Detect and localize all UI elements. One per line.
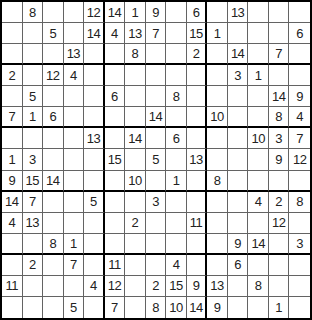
grid-cell-given[interactable]: 3: [289, 234, 310, 255]
grid-cell-empty[interactable]: [43, 297, 64, 318]
grid-cell-empty[interactable]: [207, 213, 228, 234]
grid-cell-empty[interactable]: [187, 65, 208, 86]
grid-cell-given[interactable]: 13: [228, 2, 249, 23]
grid-cell-given[interactable]: 6: [105, 86, 126, 107]
grid-cell-given[interactable]: 4: [248, 192, 269, 213]
grid-cell-empty[interactable]: [43, 276, 64, 297]
grid-cell-given[interactable]: 2: [2, 65, 23, 86]
grid-cell-empty[interactable]: [166, 149, 187, 170]
grid-cell-empty[interactable]: [166, 107, 187, 128]
sudoku-board: 8121419613514413715161382147212431568149…: [0, 0, 312, 320]
grid-cell-empty[interactable]: [64, 192, 85, 213]
grid-cell-given[interactable]: 7: [23, 192, 44, 213]
grid-cell-empty[interactable]: [289, 255, 310, 276]
grid-cell-empty[interactable]: [43, 128, 64, 149]
grid-cell-empty[interactable]: [105, 192, 126, 213]
grid-cell-given[interactable]: 14: [84, 23, 105, 44]
grid-cell-given[interactable]: 14: [146, 107, 167, 128]
grid-cell-given[interactable]: 8: [146, 297, 167, 318]
grid-cell-empty[interactable]: [228, 192, 249, 213]
grid-cell-empty[interactable]: [64, 128, 85, 149]
grid-cell-given[interactable]: 2: [125, 213, 146, 234]
grid-cell-empty[interactable]: [187, 107, 208, 128]
grid-cell-empty[interactable]: [23, 276, 44, 297]
grid-cell-empty[interactable]: [289, 171, 310, 192]
grid-cell-given[interactable]: 4: [105, 23, 126, 44]
grid-cell-empty[interactable]: [269, 23, 290, 44]
grid-cell-given[interactable]: 10: [125, 171, 146, 192]
grid-cell-given[interactable]: 11: [2, 276, 23, 297]
grid-cell-given[interactable]: 9: [228, 234, 249, 255]
grid-cell-given[interactable]: 3: [269, 128, 290, 149]
grid-cell-given[interactable]: 8: [166, 86, 187, 107]
grid-cell-given[interactable]: 13: [207, 276, 228, 297]
grid-cell-given[interactable]: 4: [166, 255, 187, 276]
grid-cell-empty[interactable]: [84, 171, 105, 192]
grid-cell-given[interactable]: 9: [207, 297, 228, 318]
grid-cell-given[interactable]: 6: [43, 107, 64, 128]
grid-cell-given[interactable]: 7: [289, 128, 310, 149]
grid-cell-empty[interactable]: [248, 297, 269, 318]
grid-cell-empty[interactable]: [2, 86, 23, 107]
grid-cell-given[interactable]: 9: [146, 2, 167, 23]
grid-cell-empty[interactable]: [84, 149, 105, 170]
grid-cell-empty[interactable]: [125, 86, 146, 107]
grid-cell-given[interactable]: 9: [187, 276, 208, 297]
grid-cell-empty[interactable]: [146, 86, 167, 107]
grid-cell-empty[interactable]: [2, 297, 23, 318]
grid-cell-given[interactable]: 12: [84, 2, 105, 23]
grid-cell-empty[interactable]: [187, 86, 208, 107]
grid-cell-empty[interactable]: [228, 128, 249, 149]
grid-cell-given[interactable]: 15: [105, 149, 126, 170]
grid-cell-empty[interactable]: [2, 128, 23, 149]
grid-cell-given[interactable]: 5: [84, 192, 105, 213]
grid-cell-given[interactable]: 8: [269, 107, 290, 128]
grid-cell-empty[interactable]: [23, 44, 44, 65]
grid-cell-given[interactable]: 12: [269, 213, 290, 234]
grid-cell-given[interactable]: 4: [64, 65, 85, 86]
grid-cell-empty[interactable]: [248, 86, 269, 107]
grid-cell-empty[interactable]: [84, 213, 105, 234]
grid-cell-empty[interactable]: [269, 2, 290, 23]
grid-cell-empty[interactable]: [207, 234, 228, 255]
grid-cell-given[interactable]: 8: [289, 192, 310, 213]
grid-cell-empty[interactable]: [207, 149, 228, 170]
grid-cell-empty[interactable]: [125, 255, 146, 276]
grid-cell-given[interactable]: 2: [23, 255, 44, 276]
grid-cell-empty[interactable]: [105, 107, 126, 128]
grid-cell-empty[interactable]: [84, 297, 105, 318]
grid-cell-given[interactable]: 14: [269, 86, 290, 107]
grid-cell-empty[interactable]: [146, 128, 167, 149]
grid-cell-empty[interactable]: [125, 276, 146, 297]
grid-cell-empty[interactable]: [248, 149, 269, 170]
grid-cell-empty[interactable]: [248, 171, 269, 192]
grid-cell-empty[interactable]: [43, 44, 64, 65]
grid-cell-given[interactable]: 2: [269, 192, 290, 213]
grid-cell-empty[interactable]: [84, 107, 105, 128]
grid-cell-empty[interactable]: [248, 213, 269, 234]
grid-cell-given[interactable]: 7: [2, 107, 23, 128]
grid-cell-given[interactable]: 6: [228, 255, 249, 276]
grid-cell-given[interactable]: 6: [289, 23, 310, 44]
grid-cell-empty[interactable]: [125, 149, 146, 170]
grid-cell-empty[interactable]: [187, 234, 208, 255]
grid-cell-given[interactable]: 13: [23, 213, 44, 234]
grid-cell-empty[interactable]: [289, 297, 310, 318]
grid-cell-empty[interactable]: [23, 65, 44, 86]
grid-cell-empty[interactable]: [105, 65, 126, 86]
grid-cell-empty[interactable]: [187, 192, 208, 213]
grid-cell-empty[interactable]: [43, 149, 64, 170]
grid-cell-empty[interactable]: [187, 171, 208, 192]
grid-cell-empty[interactable]: [228, 171, 249, 192]
grid-cell-given[interactable]: 13: [125, 23, 146, 44]
grid-cell-given[interactable]: 3: [23, 149, 44, 170]
grid-cell-empty[interactable]: [146, 44, 167, 65]
grid-cell-empty[interactable]: [166, 65, 187, 86]
grid-cell-given[interactable]: 2: [187, 44, 208, 65]
grid-cell-empty[interactable]: [43, 86, 64, 107]
grid-cell-empty[interactable]: [187, 255, 208, 276]
grid-cell-empty[interactable]: [64, 213, 85, 234]
grid-cell-empty[interactable]: [84, 65, 105, 86]
grid-cell-empty[interactable]: [125, 234, 146, 255]
grid-cell-empty[interactable]: [269, 171, 290, 192]
grid-cell-given[interactable]: 10: [248, 128, 269, 149]
grid-cell-given[interactable]: 14: [187, 297, 208, 318]
grid-cell-given[interactable]: 1: [2, 149, 23, 170]
grid-cell-empty[interactable]: [43, 255, 64, 276]
grid-cell-given[interactable]: 14: [248, 234, 269, 255]
grid-cell-given[interactable]: 1: [23, 107, 44, 128]
grid-cell-given[interactable]: 9: [269, 149, 290, 170]
grid-cell-given[interactable]: 14: [43, 171, 64, 192]
grid-cell-given[interactable]: 5: [64, 297, 85, 318]
grid-cell-empty[interactable]: [64, 23, 85, 44]
grid-cell-empty[interactable]: [2, 255, 23, 276]
grid-cell-given[interactable]: 13: [64, 44, 85, 65]
grid-cell-given[interactable]: 5: [146, 149, 167, 170]
grid-cell-given[interactable]: 7: [269, 44, 290, 65]
grid-cell-empty[interactable]: [23, 297, 44, 318]
grid-cell-empty[interactable]: [84, 44, 105, 65]
grid-cell-given[interactable]: 15: [166, 276, 187, 297]
grid-cell-given[interactable]: 7: [64, 255, 85, 276]
grid-cell-empty[interactable]: [228, 276, 249, 297]
grid-cell-empty[interactable]: [2, 44, 23, 65]
grid-cell-empty[interactable]: [23, 234, 44, 255]
grid-cell-given[interactable]: 11: [187, 213, 208, 234]
grid-cell-empty[interactable]: [166, 213, 187, 234]
grid-cell-empty[interactable]: [289, 276, 310, 297]
grid-cell-given[interactable]: 2: [146, 276, 167, 297]
grid-cell-given[interactable]: 1: [248, 65, 269, 86]
grid-cell-empty[interactable]: [289, 2, 310, 23]
grid-cell-empty[interactable]: [64, 86, 85, 107]
grid-cell-empty[interactable]: [43, 213, 64, 234]
grid-cell-given[interactable]: 11: [105, 255, 126, 276]
grid-cell-given[interactable]: 3: [228, 65, 249, 86]
grid-cell-given[interactable]: 8: [248, 276, 269, 297]
grid-cell-empty[interactable]: [166, 192, 187, 213]
grid-cell-empty[interactable]: [2, 2, 23, 23]
grid-cell-given[interactable]: 1: [269, 297, 290, 318]
grid-cell-given[interactable]: 8: [43, 234, 64, 255]
grid-cell-given[interactable]: 4: [84, 276, 105, 297]
grid-cell-given[interactable]: 14: [105, 2, 126, 23]
grid-cell-empty[interactable]: [2, 23, 23, 44]
grid-cell-given[interactable]: 1: [125, 2, 146, 23]
grid-cell-empty[interactable]: [248, 44, 269, 65]
grid-cell-empty[interactable]: [64, 171, 85, 192]
grid-cell-given[interactable]: 8: [207, 171, 228, 192]
grid-cell-empty[interactable]: [228, 23, 249, 44]
grid-cell-given[interactable]: 3: [146, 192, 167, 213]
grid-cell-empty[interactable]: [207, 192, 228, 213]
grid-cell-empty[interactable]: [248, 107, 269, 128]
grid-cell-given[interactable]: 8: [125, 44, 146, 65]
grid-cell-empty[interactable]: [207, 65, 228, 86]
grid-cell-given[interactable]: 8: [23, 2, 44, 23]
grid-cell-given[interactable]: 13: [84, 128, 105, 149]
grid-cell-empty[interactable]: [23, 128, 44, 149]
grid-cell-empty[interactable]: [105, 213, 126, 234]
grid-cell-empty[interactable]: [105, 44, 126, 65]
grid-cell-empty[interactable]: [228, 86, 249, 107]
grid-cell-given[interactable]: 14: [125, 128, 146, 149]
grid-cell-empty[interactable]: [125, 107, 146, 128]
grid-cell-empty[interactable]: [187, 128, 208, 149]
grid-cell-empty[interactable]: [64, 276, 85, 297]
grid-cell-empty[interactable]: [84, 255, 105, 276]
grid-cell-empty[interactable]: [166, 23, 187, 44]
grid-cell-empty[interactable]: [146, 171, 167, 192]
grid-cell-empty[interactable]: [84, 234, 105, 255]
grid-cell-given[interactable]: 5: [23, 86, 44, 107]
grid-cell-empty[interactable]: [105, 128, 126, 149]
grid-cell-empty[interactable]: [23, 23, 44, 44]
grid-cell-empty[interactable]: [228, 149, 249, 170]
grid-cell-empty[interactable]: [146, 255, 167, 276]
grid-cell-empty[interactable]: [207, 44, 228, 65]
grid-cell-given[interactable]: 4: [289, 107, 310, 128]
grid-cell-given[interactable]: 15: [187, 23, 208, 44]
grid-cell-empty[interactable]: [125, 192, 146, 213]
grid-cell-empty[interactable]: [289, 65, 310, 86]
grid-cell-empty[interactable]: [64, 107, 85, 128]
grid-cell-empty[interactable]: [228, 107, 249, 128]
grid-cell-empty[interactable]: [125, 297, 146, 318]
grid-cell-empty[interactable]: [2, 234, 23, 255]
grid-cell-empty[interactable]: [105, 171, 126, 192]
grid-cell-empty[interactable]: [289, 44, 310, 65]
grid-cell-given[interactable]: 12: [289, 149, 310, 170]
grid-cell-empty[interactable]: [207, 128, 228, 149]
grid-cell-empty[interactable]: [269, 255, 290, 276]
grid-cell-empty[interactable]: [105, 234, 126, 255]
grid-cell-given[interactable]: 1: [64, 234, 85, 255]
grid-cell-empty[interactable]: [207, 255, 228, 276]
grid-cell-empty[interactable]: [248, 23, 269, 44]
grid-cell-given[interactable]: 10: [207, 107, 228, 128]
grid-cell-given[interactable]: 4: [2, 213, 23, 234]
grid-cell-empty[interactable]: [166, 234, 187, 255]
grid-cell-empty[interactable]: [166, 44, 187, 65]
grid-cell-given[interactable]: 12: [43, 65, 64, 86]
grid-cell-given[interactable]: 5: [43, 23, 64, 44]
grid-cell-empty[interactable]: [269, 65, 290, 86]
grid-cell-given[interactable]: 9: [289, 86, 310, 107]
grid-cell-empty[interactable]: [248, 255, 269, 276]
grid-cell-empty[interactable]: [64, 2, 85, 23]
grid-cell-empty[interactable]: [64, 149, 85, 170]
grid-cell-empty[interactable]: [228, 213, 249, 234]
grid-cell-empty[interactable]: [207, 2, 228, 23]
grid-cell-empty[interactable]: [269, 234, 290, 255]
grid-cell-empty[interactable]: [166, 2, 187, 23]
grid-cell-given[interactable]: 6: [166, 128, 187, 149]
grid-cell-empty[interactable]: [289, 213, 310, 234]
grid-cell-given[interactable]: 9: [2, 171, 23, 192]
grid-cell-given[interactable]: 7: [105, 297, 126, 318]
grid-cell-empty[interactable]: [248, 2, 269, 23]
grid-cell-given[interactable]: 14: [228, 44, 249, 65]
grid-cell-empty[interactable]: [269, 276, 290, 297]
grid-cell-empty[interactable]: [146, 65, 167, 86]
grid-cell-empty[interactable]: [146, 234, 167, 255]
grid-cell-empty[interactable]: [146, 213, 167, 234]
grid-cell-given[interactable]: 7: [146, 23, 167, 44]
grid-cell-given[interactable]: 1: [207, 23, 228, 44]
grid-cell-given[interactable]: 1: [166, 171, 187, 192]
grid-cell-given[interactable]: 12: [105, 276, 126, 297]
grid-cell-given[interactable]: 10: [166, 297, 187, 318]
grid-cell-empty[interactable]: [207, 86, 228, 107]
grid-cell-empty[interactable]: [43, 2, 64, 23]
grid-cell-given[interactable]: 6: [187, 2, 208, 23]
grid-cell-given[interactable]: 15: [23, 171, 44, 192]
grid-cell-empty[interactable]: [84, 86, 105, 107]
grid-cell-empty[interactable]: [125, 65, 146, 86]
grid-cell-given[interactable]: 14: [2, 192, 23, 213]
grid-cell-empty[interactable]: [228, 297, 249, 318]
grid-cell-given[interactable]: 13: [187, 149, 208, 170]
grid-cell-empty[interactable]: [43, 192, 64, 213]
